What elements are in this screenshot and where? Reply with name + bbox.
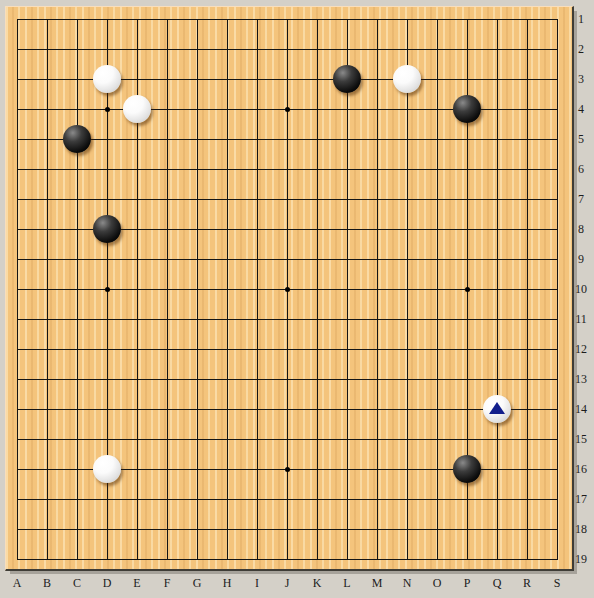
last-move-triangle-marker bbox=[489, 402, 505, 414]
row-label-10: 10 bbox=[575, 283, 587, 295]
row-label-6: 6 bbox=[578, 163, 584, 175]
row-label-8: 8 bbox=[578, 223, 584, 235]
row-label-17: 17 bbox=[575, 493, 587, 505]
col-label-M: M bbox=[372, 577, 383, 589]
row-label-9: 9 bbox=[578, 253, 584, 265]
stone-black-P4 bbox=[453, 95, 481, 123]
stone-black-D8 bbox=[93, 215, 121, 243]
row-label-16: 16 bbox=[575, 463, 587, 475]
col-label-N: N bbox=[403, 577, 412, 589]
col-label-G: G bbox=[193, 577, 202, 589]
col-label-H: H bbox=[223, 577, 232, 589]
row-label-4: 4 bbox=[578, 103, 584, 115]
stone-white-D16 bbox=[93, 455, 121, 483]
star-point-P10 bbox=[465, 287, 470, 292]
stone-white-Q14 bbox=[483, 395, 511, 423]
col-label-E: E bbox=[133, 577, 140, 589]
col-label-B: B bbox=[43, 577, 51, 589]
col-label-Q: Q bbox=[493, 577, 502, 589]
stone-black-L3 bbox=[333, 65, 361, 93]
row-label-15: 15 bbox=[575, 433, 587, 445]
stone-white-N3 bbox=[393, 65, 421, 93]
stone-black-P16 bbox=[453, 455, 481, 483]
col-label-D: D bbox=[103, 577, 112, 589]
row-label-5: 5 bbox=[578, 133, 584, 145]
col-label-L: L bbox=[343, 577, 350, 589]
col-label-C: C bbox=[73, 577, 81, 589]
col-label-J: J bbox=[285, 577, 290, 589]
row-label-2: 2 bbox=[578, 43, 584, 55]
row-label-1: 1 bbox=[578, 13, 584, 25]
row-label-3: 3 bbox=[578, 73, 584, 85]
col-label-A: A bbox=[13, 577, 22, 589]
col-label-F: F bbox=[164, 577, 171, 589]
col-label-K: K bbox=[313, 577, 322, 589]
row-label-12: 12 bbox=[575, 343, 587, 355]
row-label-11: 11 bbox=[575, 313, 587, 325]
col-label-R: R bbox=[523, 577, 531, 589]
board-cells bbox=[2, 4, 572, 574]
row-label-18: 18 bbox=[575, 523, 587, 535]
stone-black-C5 bbox=[63, 125, 91, 153]
star-point-D4 bbox=[105, 107, 110, 112]
col-label-P: P bbox=[464, 577, 471, 589]
app-background: ABCDEFGHIJKLMNOPQRS 12345678910111213141… bbox=[0, 0, 594, 598]
col-label-O: O bbox=[433, 577, 442, 589]
star-point-J10 bbox=[285, 287, 290, 292]
stone-white-E4 bbox=[123, 95, 151, 123]
stone-white-D3 bbox=[93, 65, 121, 93]
star-point-J16 bbox=[285, 467, 290, 472]
col-label-S: S bbox=[554, 577, 561, 589]
col-label-I: I bbox=[255, 577, 259, 589]
star-point-D10 bbox=[105, 287, 110, 292]
row-label-14: 14 bbox=[575, 403, 587, 415]
star-point-J4 bbox=[285, 107, 290, 112]
go-board[interactable] bbox=[5, 6, 574, 571]
row-label-19: 19 bbox=[575, 553, 587, 565]
row-label-7: 7 bbox=[578, 193, 584, 205]
row-label-13: 13 bbox=[575, 373, 587, 385]
